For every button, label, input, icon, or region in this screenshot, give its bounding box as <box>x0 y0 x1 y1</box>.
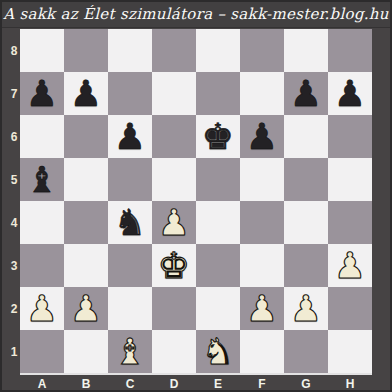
square-e8 <box>196 29 240 72</box>
square-f5 <box>240 158 284 201</box>
square-e5 <box>196 158 240 201</box>
square-g5 <box>284 158 328 201</box>
square-h1 <box>328 330 372 373</box>
square-f7 <box>240 72 284 115</box>
chess-diagram: A sakk az Élet szimulátora – sakk-mester… <box>0 0 392 392</box>
piece-black-knight: ♞ <box>114 202 146 244</box>
square-d5 <box>152 158 196 201</box>
square-e7 <box>196 72 240 115</box>
square-c1: ♝ <box>108 330 152 373</box>
file-label-e: E <box>196 375 240 392</box>
file-label-c: C <box>108 375 152 392</box>
square-b8 <box>64 29 108 72</box>
square-b5 <box>64 158 108 201</box>
file-label-h: H <box>328 375 372 392</box>
square-d2 <box>152 287 196 330</box>
piece-black-king: ♚ <box>202 116 234 158</box>
file-label-a: A <box>20 375 64 392</box>
square-a2: ♟ <box>20 287 64 330</box>
square-f8 <box>240 29 284 72</box>
rank-label-7: 7 <box>8 72 20 115</box>
square-a7: ♟ <box>20 72 64 115</box>
file-label-f: F <box>240 375 284 392</box>
square-b3 <box>64 244 108 287</box>
square-c6: ♟ <box>108 115 152 158</box>
square-d6 <box>152 115 196 158</box>
file-label-g: G <box>284 375 328 392</box>
piece-black-pawn: ♟ <box>246 116 278 158</box>
piece-black-bishop: ♝ <box>26 159 58 201</box>
square-h4 <box>328 201 372 244</box>
square-g1 <box>284 330 328 373</box>
square-c4: ♞ <box>108 201 152 244</box>
file-label-d: D <box>152 375 196 392</box>
rank-label-8: 8 <box>8 29 20 72</box>
square-g6 <box>284 115 328 158</box>
rank-label-2: 2 <box>8 287 20 330</box>
square-c7 <box>108 72 152 115</box>
square-a4 <box>20 201 64 244</box>
piece-white-pawn: ♟ <box>334 245 366 287</box>
piece-black-pawn: ♟ <box>290 73 322 115</box>
square-h7: ♟ <box>328 72 372 115</box>
piece-black-pawn: ♟ <box>334 73 366 115</box>
diagram-title: A sakk az Élet szimulátora – sakk-mester… <box>2 2 390 28</box>
rank-label-4: 4 <box>8 201 20 244</box>
piece-black-pawn: ♟ <box>114 116 146 158</box>
piece-white-pawn: ♟ <box>26 288 58 330</box>
square-e1: ♞ <box>196 330 240 373</box>
square-a3 <box>20 244 64 287</box>
square-h6 <box>328 115 372 158</box>
square-d3: ♚ <box>152 244 196 287</box>
board-corner-spacer <box>8 373 20 390</box>
square-c3 <box>108 244 152 287</box>
square-h5 <box>328 158 372 201</box>
square-c2 <box>108 287 152 330</box>
square-b4 <box>64 201 108 244</box>
square-a8 <box>20 29 64 72</box>
square-h3: ♟ <box>328 244 372 287</box>
square-h8 <box>328 29 372 72</box>
square-d8 <box>152 29 196 72</box>
piece-white-bishop: ♝ <box>114 331 146 373</box>
square-g2: ♟ <box>284 287 328 330</box>
rank-label-5: 5 <box>8 158 20 201</box>
square-c8 <box>108 29 152 72</box>
square-f1 <box>240 330 284 373</box>
square-f2: ♟ <box>240 287 284 330</box>
rank-label-6: 6 <box>8 115 20 158</box>
square-f4 <box>240 201 284 244</box>
square-a1 <box>20 330 64 373</box>
piece-black-pawn: ♟ <box>70 73 102 115</box>
square-a5: ♝ <box>20 158 64 201</box>
square-a6 <box>20 115 64 158</box>
piece-white-king: ♚ <box>158 245 190 287</box>
square-d1 <box>152 330 196 373</box>
square-b6 <box>64 115 108 158</box>
square-f3 <box>240 244 284 287</box>
rank-label-1: 1 <box>8 330 20 373</box>
chess-board: 87♟♟♟♟6♟♚♟5♝4♞♟3♚♟2♟♟♟♟1♝♞ABCDEFGH <box>8 29 390 390</box>
piece-white-pawn: ♟ <box>290 288 322 330</box>
square-g7: ♟ <box>284 72 328 115</box>
square-f6: ♟ <box>240 115 284 158</box>
square-b7: ♟ <box>64 72 108 115</box>
square-e4 <box>196 201 240 244</box>
square-e2 <box>196 287 240 330</box>
file-label-b: B <box>64 375 108 392</box>
piece-white-pawn: ♟ <box>70 288 102 330</box>
square-e3 <box>196 244 240 287</box>
square-b1 <box>64 330 108 373</box>
piece-white-knight: ♞ <box>202 331 234 373</box>
piece-white-pawn: ♟ <box>246 288 278 330</box>
piece-white-pawn: ♟ <box>158 202 190 244</box>
piece-black-pawn: ♟ <box>26 73 58 115</box>
square-c5 <box>108 158 152 201</box>
square-g3 <box>284 244 328 287</box>
rank-label-3: 3 <box>8 244 20 287</box>
square-d7 <box>152 72 196 115</box>
square-g8 <box>284 29 328 72</box>
square-g4 <box>284 201 328 244</box>
square-e6: ♚ <box>196 115 240 158</box>
square-h2 <box>328 287 372 330</box>
square-d4: ♟ <box>152 201 196 244</box>
square-b2: ♟ <box>64 287 108 330</box>
